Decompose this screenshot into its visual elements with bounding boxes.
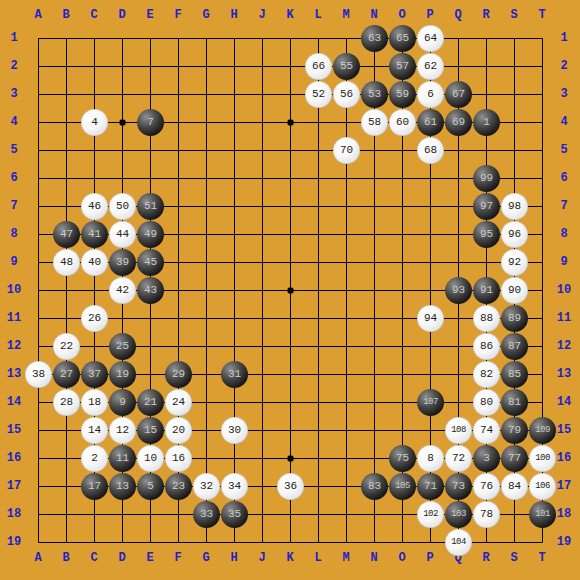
move-number: 6 — [427, 89, 434, 100]
col-label-bottom-B: B — [52, 551, 80, 565]
move-number: 39 — [116, 257, 129, 268]
move-number: 51 — [144, 201, 157, 212]
row-label-right-11: 11 — [550, 311, 578, 325]
black-stone-G18: 33 — [193, 501, 220, 528]
white-stone-R17: 76 — [473, 473, 500, 500]
row-label-left-10: 10 — [0, 283, 28, 297]
col-label-top-N: N — [360, 8, 388, 22]
white-stone-O4: 60 — [389, 109, 416, 136]
move-number: 71 — [424, 481, 437, 492]
black-stone-O17: 105 — [389, 473, 416, 500]
move-number: 101 — [535, 510, 550, 519]
move-number: 107 — [423, 398, 438, 407]
white-stone-G17: 32 — [193, 473, 220, 500]
move-number: 83 — [368, 481, 381, 492]
move-number: 28 — [60, 397, 73, 408]
move-number: 12 — [116, 425, 129, 436]
move-number: 98 — [508, 201, 521, 212]
col-label-top-E: E — [136, 8, 164, 22]
move-number: 29 — [172, 369, 185, 380]
row-label-right-6: 6 — [550, 171, 578, 185]
white-stone-D8: 44 — [109, 221, 136, 248]
row-label-right-1: 1 — [550, 31, 578, 45]
move-number: 45 — [144, 257, 157, 268]
black-stone-N3: 53 — [361, 81, 388, 108]
black-stone-B13: 27 — [53, 361, 80, 388]
black-stone-P14: 107 — [417, 389, 444, 416]
col-label-bottom-L: L — [304, 551, 332, 565]
col-label-bottom-F: F — [164, 551, 192, 565]
black-stone-H13: 31 — [221, 361, 248, 388]
black-stone-S12: 87 — [501, 333, 528, 360]
row-label-right-4: 4 — [550, 115, 578, 129]
move-number: 37 — [88, 369, 101, 380]
move-number: 15 — [144, 425, 157, 436]
black-stone-D16: 11 — [109, 445, 136, 472]
col-label-top-Q: Q — [444, 8, 472, 22]
black-stone-C17: 17 — [81, 473, 108, 500]
white-stone-H15: 30 — [221, 417, 248, 444]
black-stone-F13: 29 — [165, 361, 192, 388]
white-stone-D10: 42 — [109, 277, 136, 304]
white-stone-R11: 88 — [473, 305, 500, 332]
col-label-bottom-T: T — [528, 551, 556, 565]
col-label-bottom-H: H — [220, 551, 248, 565]
row-label-right-14: 14 — [550, 395, 578, 409]
black-stone-Q10: 93 — [445, 277, 472, 304]
white-stone-R14: 80 — [473, 389, 500, 416]
move-number: 73 — [452, 481, 465, 492]
black-stone-D14: 9 — [109, 389, 136, 416]
white-stone-M3: 56 — [333, 81, 360, 108]
move-number: 43 — [144, 285, 157, 296]
white-stone-C9: 40 — [81, 249, 108, 276]
white-stone-P2: 62 — [417, 53, 444, 80]
white-stone-S8: 96 — [501, 221, 528, 248]
white-stone-F14: 24 — [165, 389, 192, 416]
col-label-top-K: K — [276, 8, 304, 22]
black-stone-P17: 71 — [417, 473, 444, 500]
col-label-bottom-M: M — [332, 551, 360, 565]
black-stone-F17: 23 — [165, 473, 192, 500]
row-label-left-9: 9 — [0, 255, 28, 269]
move-number: 85 — [508, 369, 521, 380]
move-number: 58 — [368, 117, 381, 128]
row-label-left-3: 3 — [0, 87, 28, 101]
move-number: 82 — [480, 369, 493, 380]
move-number: 81 — [508, 397, 521, 408]
move-number: 72 — [452, 453, 465, 464]
col-label-bottom-P: P — [416, 551, 444, 565]
row-label-left-4: 4 — [0, 115, 28, 129]
move-number: 4 — [91, 117, 98, 128]
row-label-left-15: 15 — [0, 423, 28, 437]
white-stone-F16: 16 — [165, 445, 192, 472]
black-stone-E15: 15 — [137, 417, 164, 444]
row-label-left-18: 18 — [0, 507, 28, 521]
black-stone-Q17: 73 — [445, 473, 472, 500]
move-number: 92 — [508, 257, 521, 268]
move-number: 50 — [116, 201, 129, 212]
move-number: 86 — [480, 341, 493, 352]
black-stone-O3: 59 — [389, 81, 416, 108]
row-label-left-8: 8 — [0, 227, 28, 241]
move-number: 24 — [172, 397, 185, 408]
black-stone-S14: 81 — [501, 389, 528, 416]
black-stone-R8: 95 — [473, 221, 500, 248]
move-number: 19 — [116, 369, 129, 380]
white-stone-E16: 10 — [137, 445, 164, 472]
move-number: 17 — [88, 481, 101, 492]
row-label-right-13: 13 — [550, 367, 578, 381]
black-stone-N1: 63 — [361, 25, 388, 52]
move-number: 10 — [144, 453, 157, 464]
move-number: 11 — [116, 453, 129, 464]
white-stone-B12: 22 — [53, 333, 80, 360]
black-stone-Q18: 103 — [445, 501, 472, 528]
white-stone-L3: 52 — [305, 81, 332, 108]
move-number: 93 — [452, 285, 465, 296]
col-label-bottom-D: D — [108, 551, 136, 565]
white-stone-R13: 82 — [473, 361, 500, 388]
black-stone-E4: 7 — [137, 109, 164, 136]
move-number: 48 — [60, 257, 73, 268]
move-number: 65 — [396, 33, 409, 44]
move-number: 60 — [396, 117, 409, 128]
row-label-right-8: 8 — [550, 227, 578, 241]
move-number: 88 — [480, 313, 493, 324]
star-point — [119, 119, 125, 125]
move-number: 41 — [88, 229, 101, 240]
move-number: 70 — [340, 145, 353, 156]
move-number: 104 — [451, 538, 466, 547]
move-number: 35 — [228, 509, 241, 520]
move-number: 89 — [508, 313, 521, 324]
row-label-left-5: 5 — [0, 143, 28, 157]
white-stone-M5: 70 — [333, 137, 360, 164]
black-stone-D17: 13 — [109, 473, 136, 500]
col-label-top-J: J — [248, 8, 276, 22]
move-number: 26 — [88, 313, 101, 324]
move-number: 32 — [200, 481, 213, 492]
move-number: 1 — [483, 117, 490, 128]
black-stone-O2: 57 — [389, 53, 416, 80]
col-label-top-P: P — [416, 8, 444, 22]
move-number: 20 — [172, 425, 185, 436]
white-stone-K17: 36 — [277, 473, 304, 500]
go-board[interactable]: AABBCCDDEEFFGGHHJJKKLLMMNNOOPPQQRRSSTT11… — [0, 0, 580, 580]
move-number: 42 — [116, 285, 129, 296]
black-stone-S16: 77 — [501, 445, 528, 472]
row-label-left-12: 12 — [0, 339, 28, 353]
move-number: 9 — [119, 397, 126, 408]
white-stone-P3: 6 — [417, 81, 444, 108]
col-label-top-S: S — [500, 8, 528, 22]
row-label-left-19: 19 — [0, 535, 28, 549]
move-number: 96 — [508, 229, 521, 240]
white-stone-P1: 64 — [417, 25, 444, 52]
move-number: 102 — [423, 510, 438, 519]
move-number: 30 — [228, 425, 241, 436]
black-stone-H18: 35 — [221, 501, 248, 528]
move-number: 67 — [452, 89, 465, 100]
row-label-right-19: 19 — [550, 535, 578, 549]
white-stone-R15: 74 — [473, 417, 500, 444]
move-number: 97 — [480, 201, 493, 212]
row-label-right-3: 3 — [550, 87, 578, 101]
move-number: 16 — [172, 453, 185, 464]
black-stone-E9: 45 — [137, 249, 164, 276]
black-stone-B8: 47 — [53, 221, 80, 248]
row-label-left-7: 7 — [0, 199, 28, 213]
move-number: 31 — [228, 369, 241, 380]
col-label-top-O: O — [388, 8, 416, 22]
move-number: 87 — [508, 341, 521, 352]
col-label-bottom-G: G — [192, 551, 220, 565]
move-number: 33 — [200, 509, 213, 520]
white-stone-P5: 68 — [417, 137, 444, 164]
row-label-left-17: 17 — [0, 479, 28, 493]
white-stone-Q15: 108 — [445, 417, 472, 444]
white-stone-H17: 34 — [221, 473, 248, 500]
move-number: 47 — [60, 229, 73, 240]
move-number: 61 — [424, 117, 437, 128]
white-stone-B9: 48 — [53, 249, 80, 276]
move-number: 5 — [147, 481, 154, 492]
white-stone-C15: 14 — [81, 417, 108, 444]
black-stone-E14: 21 — [137, 389, 164, 416]
row-label-left-11: 11 — [0, 311, 28, 325]
white-stone-P16: 8 — [417, 445, 444, 472]
col-label-bottom-K: K — [276, 551, 304, 565]
col-label-bottom-E: E — [136, 551, 164, 565]
move-number: 52 — [312, 89, 325, 100]
move-number: 55 — [340, 61, 353, 72]
row-label-left-14: 14 — [0, 395, 28, 409]
white-stone-R18: 78 — [473, 501, 500, 528]
white-stone-S7: 98 — [501, 193, 528, 220]
move-number: 108 — [451, 426, 466, 435]
row-label-right-5: 5 — [550, 143, 578, 157]
white-stone-S9: 92 — [501, 249, 528, 276]
move-number: 21 — [144, 397, 157, 408]
black-stone-D12: 25 — [109, 333, 136, 360]
white-stone-S17: 84 — [501, 473, 528, 500]
move-number: 38 — [32, 369, 45, 380]
move-number: 109 — [535, 426, 550, 435]
move-number: 105 — [395, 482, 410, 491]
white-stone-Q16: 72 — [445, 445, 472, 472]
move-number: 68 — [424, 145, 437, 156]
white-stone-N4: 58 — [361, 109, 388, 136]
black-stone-Q3: 67 — [445, 81, 472, 108]
white-stone-D15: 12 — [109, 417, 136, 444]
white-stone-C16: 2 — [81, 445, 108, 472]
move-number: 53 — [368, 89, 381, 100]
move-number: 77 — [508, 453, 521, 464]
move-number: 106 — [535, 482, 550, 491]
col-label-top-H: H — [220, 8, 248, 22]
row-label-left-16: 16 — [0, 451, 28, 465]
star-point — [287, 119, 293, 125]
row-label-left-13: 13 — [0, 367, 28, 381]
black-stone-R4: 1 — [473, 109, 500, 136]
move-number: 46 — [88, 201, 101, 212]
black-stone-R10: 91 — [473, 277, 500, 304]
col-label-top-B: B — [52, 8, 80, 22]
move-number: 64 — [424, 33, 437, 44]
move-number: 18 — [88, 397, 101, 408]
move-number: 22 — [60, 341, 73, 352]
col-label-top-L: L — [304, 8, 332, 22]
black-stone-R7: 97 — [473, 193, 500, 220]
col-label-bottom-A: A — [24, 551, 52, 565]
move-number: 80 — [480, 397, 493, 408]
move-number: 95 — [480, 229, 493, 240]
white-stone-P18: 102 — [417, 501, 444, 528]
row-label-left-1: 1 — [0, 31, 28, 45]
move-number: 99 — [480, 173, 493, 184]
black-stone-P4: 61 — [417, 109, 444, 136]
star-point — [287, 455, 293, 461]
col-label-top-R: R — [472, 8, 500, 22]
move-number: 8 — [427, 453, 434, 464]
col-label-bottom-O: O — [388, 551, 416, 565]
white-stone-C4: 4 — [81, 109, 108, 136]
white-stone-S10: 90 — [501, 277, 528, 304]
star-point — [287, 287, 293, 293]
col-label-bottom-J: J — [248, 551, 276, 565]
move-number: 63 — [368, 33, 381, 44]
move-number: 7 — [147, 117, 154, 128]
white-stone-C7: 46 — [81, 193, 108, 220]
move-number: 14 — [88, 425, 101, 436]
move-number: 34 — [228, 481, 241, 492]
white-stone-T17: 106 — [529, 473, 556, 500]
col-label-top-D: D — [108, 8, 136, 22]
row-label-right-10: 10 — [550, 283, 578, 297]
black-stone-R16: 3 — [473, 445, 500, 472]
black-stone-S15: 79 — [501, 417, 528, 444]
col-label-bottom-S: S — [500, 551, 528, 565]
move-number: 49 — [144, 229, 157, 240]
col-label-top-G: G — [192, 8, 220, 22]
row-label-left-2: 2 — [0, 59, 28, 73]
move-number: 94 — [424, 313, 437, 324]
move-number: 23 — [172, 481, 185, 492]
col-label-top-A: A — [24, 8, 52, 22]
move-number: 78 — [480, 509, 493, 520]
white-stone-B14: 28 — [53, 389, 80, 416]
black-stone-N17: 83 — [361, 473, 388, 500]
move-number: 56 — [340, 89, 353, 100]
black-stone-M2: 55 — [333, 53, 360, 80]
row-label-left-6: 6 — [0, 171, 28, 185]
move-number: 75 — [396, 453, 409, 464]
white-stone-A13: 38 — [25, 361, 52, 388]
black-stone-C8: 41 — [81, 221, 108, 248]
move-number: 90 — [508, 285, 521, 296]
col-label-bottom-C: C — [80, 551, 108, 565]
move-number: 69 — [452, 117, 465, 128]
row-label-right-2: 2 — [550, 59, 578, 73]
white-stone-D7: 50 — [109, 193, 136, 220]
black-stone-E8: 49 — [137, 221, 164, 248]
move-number: 59 — [396, 89, 409, 100]
white-stone-T16: 100 — [529, 445, 556, 472]
col-label-top-F: F — [164, 8, 192, 22]
move-number: 57 — [396, 61, 409, 72]
col-label-bottom-R: R — [472, 551, 500, 565]
col-label-bottom-N: N — [360, 551, 388, 565]
move-number: 62 — [424, 61, 437, 72]
col-label-top-T: T — [528, 8, 556, 22]
black-stone-T15: 109 — [529, 417, 556, 444]
black-stone-Q4: 69 — [445, 109, 472, 136]
move-number: 25 — [116, 341, 129, 352]
row-label-right-12: 12 — [550, 339, 578, 353]
move-number: 2 — [91, 453, 98, 464]
move-number: 13 — [116, 481, 129, 492]
move-number: 27 — [60, 369, 73, 380]
white-stone-C14: 18 — [81, 389, 108, 416]
white-stone-L2: 66 — [305, 53, 332, 80]
move-number: 66 — [312, 61, 325, 72]
move-number: 79 — [508, 425, 521, 436]
move-number: 76 — [480, 481, 493, 492]
black-stone-D9: 39 — [109, 249, 136, 276]
move-number: 3 — [483, 453, 490, 464]
black-stone-O16: 75 — [389, 445, 416, 472]
black-stone-S13: 85 — [501, 361, 528, 388]
col-label-top-C: C — [80, 8, 108, 22]
black-stone-E17: 5 — [137, 473, 164, 500]
move-number: 44 — [116, 229, 129, 240]
black-stone-D13: 19 — [109, 361, 136, 388]
move-number: 84 — [508, 481, 521, 492]
move-number: 103 — [451, 510, 466, 519]
move-number: 91 — [480, 285, 493, 296]
move-number: 36 — [284, 481, 297, 492]
white-stone-C11: 26 — [81, 305, 108, 332]
black-stone-R6: 99 — [473, 165, 500, 192]
col-label-top-M: M — [332, 8, 360, 22]
white-stone-P11: 94 — [417, 305, 444, 332]
white-stone-R12: 86 — [473, 333, 500, 360]
white-stone-F15: 20 — [165, 417, 192, 444]
black-stone-S11: 89 — [501, 305, 528, 332]
move-number: 74 — [480, 425, 493, 436]
move-number: 100 — [535, 454, 550, 463]
row-label-right-7: 7 — [550, 199, 578, 213]
black-stone-E10: 43 — [137, 277, 164, 304]
black-stone-T18: 101 — [529, 501, 556, 528]
move-number: 40 — [88, 257, 101, 268]
white-stone-Q19: 104 — [445, 529, 472, 556]
black-stone-E7: 51 — [137, 193, 164, 220]
row-label-right-9: 9 — [550, 255, 578, 269]
black-stone-C13: 37 — [81, 361, 108, 388]
black-stone-O1: 65 — [389, 25, 416, 52]
